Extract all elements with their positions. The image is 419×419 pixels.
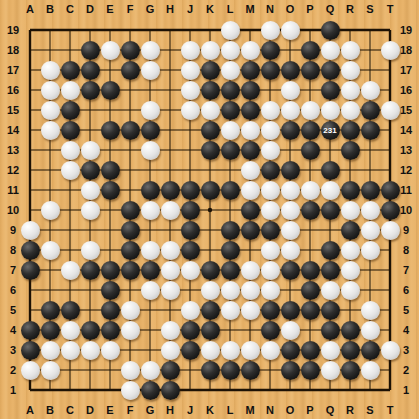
intersection-E2[interactable] xyxy=(100,360,120,380)
white-stone-N15[interactable] xyxy=(261,101,280,120)
intersection-E13[interactable] xyxy=(100,140,120,160)
white-stone-M11[interactable] xyxy=(241,181,260,200)
white-stone-L18[interactable] xyxy=(221,41,240,60)
white-stone-O8[interactable] xyxy=(281,241,300,260)
intersection-A13[interactable] xyxy=(20,140,40,160)
black-stone-K11[interactable] xyxy=(201,181,220,200)
intersection-C1[interactable] xyxy=(60,380,80,400)
black-stone-E16[interactable] xyxy=(101,81,120,100)
intersection-H14[interactable] xyxy=(160,120,180,140)
white-stone-G15[interactable] xyxy=(141,101,160,120)
white-stone-K15[interactable] xyxy=(201,101,220,120)
intersection-D1[interactable] xyxy=(80,380,100,400)
intersection-K9[interactable] xyxy=(200,220,220,240)
black-stone-F9[interactable] xyxy=(121,221,140,240)
white-stone-J15[interactable] xyxy=(181,101,200,120)
white-stone-H3[interactable] xyxy=(161,341,180,360)
white-stone-L5[interactable] xyxy=(221,301,240,320)
intersection-H12[interactable] xyxy=(160,160,180,180)
white-stone-F1[interactable] xyxy=(121,381,140,400)
intersection-O13[interactable] xyxy=(280,140,300,160)
intersection-S6[interactable] xyxy=(360,280,380,300)
black-stone-K16[interactable] xyxy=(201,81,220,100)
intersection-G9[interactable] xyxy=(140,220,160,240)
black-stone-S14[interactable] xyxy=(361,121,380,140)
black-stone-J8[interactable] xyxy=(181,241,200,260)
black-stone-E12[interactable] xyxy=(101,161,120,180)
black-stone-P3[interactable] xyxy=(301,341,320,360)
black-stone-D12[interactable] xyxy=(81,161,100,180)
intersection-P4[interactable] xyxy=(300,320,320,340)
white-stone-O4[interactable] xyxy=(281,321,300,340)
black-stone-E11[interactable] xyxy=(101,181,120,200)
white-stone-G8[interactable] xyxy=(141,241,160,260)
intersection-G19[interactable] xyxy=(140,20,160,40)
black-stone-F7[interactable] xyxy=(121,261,140,280)
intersection-C2[interactable] xyxy=(60,360,80,380)
white-stone-T15[interactable] xyxy=(381,101,400,120)
intersection-F19[interactable] xyxy=(120,20,140,40)
black-stone-R9[interactable] xyxy=(341,221,360,240)
black-stone-A4[interactable] xyxy=(21,321,40,340)
black-stone-P6[interactable] xyxy=(301,281,320,300)
white-stone-C12[interactable] xyxy=(61,161,80,180)
white-stone-J7[interactable] xyxy=(181,261,200,280)
black-stone-F18[interactable] xyxy=(121,41,140,60)
intersection-B11[interactable] xyxy=(40,180,60,200)
intersection-K12[interactable] xyxy=(200,160,220,180)
white-stone-Q3[interactable] xyxy=(321,341,340,360)
black-stone-K7[interactable] xyxy=(201,261,220,280)
black-stone-O17[interactable] xyxy=(281,61,300,80)
intersection-H9[interactable] xyxy=(160,220,180,240)
white-stone-S4[interactable] xyxy=(361,321,380,340)
intersection-B12[interactable] xyxy=(40,160,60,180)
intersection-T19[interactable] xyxy=(380,20,400,40)
white-stone-K3[interactable] xyxy=(201,341,220,360)
intersection-G16[interactable] xyxy=(140,80,160,100)
white-stone-D3[interactable] xyxy=(81,341,100,360)
intersection-D15[interactable] xyxy=(80,100,100,120)
intersection-S7[interactable] xyxy=(360,260,380,280)
black-stone-J3[interactable] xyxy=(181,341,200,360)
intersection-K19[interactable] xyxy=(200,20,220,40)
intersection-H17[interactable] xyxy=(160,60,180,80)
intersection-L12[interactable] xyxy=(220,160,240,180)
intersection-A18[interactable] xyxy=(20,40,40,60)
white-stone-F4[interactable] xyxy=(121,321,140,340)
black-stone-H11[interactable] xyxy=(161,181,180,200)
intersection-J12[interactable] xyxy=(180,160,200,180)
intersection-B1[interactable] xyxy=(40,380,60,400)
intersection-R19[interactable] xyxy=(340,20,360,40)
black-stone-K14[interactable] xyxy=(201,121,220,140)
white-stone-S10[interactable] xyxy=(361,201,380,220)
black-stone-C14[interactable] xyxy=(61,121,80,140)
intersection-H16[interactable] xyxy=(160,80,180,100)
black-stone-O7[interactable] xyxy=(281,261,300,280)
black-stone-P14[interactable] xyxy=(301,121,320,140)
white-stone-N13[interactable] xyxy=(261,141,280,160)
black-stone-L11[interactable] xyxy=(221,181,240,200)
black-stone-J4[interactable] xyxy=(181,321,200,340)
white-stone-L6[interactable] xyxy=(221,281,240,300)
intersection-D9[interactable] xyxy=(80,220,100,240)
black-stone-N18[interactable] xyxy=(261,41,280,60)
intersection-H19[interactable] xyxy=(160,20,180,40)
intersection-T2[interactable] xyxy=(380,360,400,380)
white-stone-B2[interactable] xyxy=(41,361,60,380)
intersection-N16[interactable] xyxy=(260,80,280,100)
white-stone-J16[interactable] xyxy=(181,81,200,100)
white-stone-N8[interactable] xyxy=(261,241,280,260)
black-stone-M13[interactable] xyxy=(241,141,260,160)
intersection-K1[interactable] xyxy=(200,380,220,400)
white-stone-F5[interactable] xyxy=(121,301,140,320)
black-stone-Q16[interactable] xyxy=(321,81,340,100)
intersection-A14[interactable] xyxy=(20,120,40,140)
intersection-T16[interactable] xyxy=(380,80,400,100)
black-stone-J10[interactable] xyxy=(181,201,200,220)
black-stone-L7[interactable] xyxy=(221,261,240,280)
white-stone-N11[interactable] xyxy=(261,181,280,200)
white-stone-M3[interactable] xyxy=(241,341,260,360)
intersection-E10[interactable] xyxy=(100,200,120,220)
black-stone-D7[interactable] xyxy=(81,261,100,280)
intersection-C18[interactable] xyxy=(60,40,80,60)
intersection-G12[interactable] xyxy=(140,160,160,180)
white-stone-O19[interactable] xyxy=(281,21,300,40)
black-stone-O3[interactable] xyxy=(281,341,300,360)
white-stone-J17[interactable] xyxy=(181,61,200,80)
intersection-C11[interactable] xyxy=(60,180,80,200)
intersection-F15[interactable] xyxy=(120,100,140,120)
white-stone-Q6[interactable] xyxy=(321,281,340,300)
black-stone-K13[interactable] xyxy=(201,141,220,160)
white-stone-R15[interactable] xyxy=(341,101,360,120)
black-stone-R11[interactable] xyxy=(341,181,360,200)
intersection-P19[interactable] xyxy=(300,20,320,40)
white-stone-D10[interactable] xyxy=(81,201,100,220)
black-stone-K17[interactable] xyxy=(201,61,220,80)
intersection-B9[interactable] xyxy=(40,220,60,240)
white-stone-L17[interactable] xyxy=(221,61,240,80)
black-stone-Q4[interactable] xyxy=(321,321,340,340)
black-stone-G7[interactable] xyxy=(141,261,160,280)
black-stone-N17[interactable] xyxy=(261,61,280,80)
white-stone-M6[interactable] xyxy=(241,281,260,300)
intersection-N2[interactable] xyxy=(260,360,280,380)
black-stone-J11[interactable] xyxy=(181,181,200,200)
black-stone-M2[interactable] xyxy=(241,361,260,380)
intersection-S1[interactable] xyxy=(360,380,380,400)
intersection-K10[interactable] xyxy=(200,200,220,220)
intersection-D19[interactable] xyxy=(80,20,100,40)
intersection-O18[interactable] xyxy=(280,40,300,60)
white-stone-G17[interactable] xyxy=(141,61,160,80)
intersection-M8[interactable] xyxy=(240,240,260,260)
intersection-E17[interactable] xyxy=(100,60,120,80)
white-stone-S9[interactable] xyxy=(361,221,380,240)
intersection-L4[interactable] xyxy=(220,320,240,340)
white-stone-A2[interactable] xyxy=(21,361,40,380)
intersection-B7[interactable] xyxy=(40,260,60,280)
black-stone-Q19[interactable] xyxy=(321,21,340,40)
white-stone-G13[interactable] xyxy=(141,141,160,160)
intersection-F3[interactable] xyxy=(120,340,140,360)
intersection-P16[interactable] xyxy=(300,80,320,100)
white-stone-O9[interactable] xyxy=(281,221,300,240)
white-stone-S8[interactable] xyxy=(361,241,380,260)
intersection-F6[interactable] xyxy=(120,280,140,300)
intersection-A1[interactable] xyxy=(20,380,40,400)
black-stone-C5[interactable] xyxy=(61,301,80,320)
white-stone-Q2[interactable] xyxy=(321,361,340,380)
black-stone-E6[interactable] xyxy=(101,281,120,300)
intersection-H15[interactable] xyxy=(160,100,180,120)
intersection-C6[interactable] xyxy=(60,280,80,300)
white-stone-N3[interactable] xyxy=(261,341,280,360)
black-stone-A3[interactable] xyxy=(21,341,40,360)
intersection-G4[interactable] xyxy=(140,320,160,340)
intersection-M19[interactable] xyxy=(240,20,260,40)
intersection-J1[interactable] xyxy=(180,380,200,400)
white-stone-R18[interactable] xyxy=(341,41,360,60)
white-stone-M5[interactable] xyxy=(241,301,260,320)
black-stone-Q10[interactable] xyxy=(321,201,340,220)
black-stone-B4[interactable] xyxy=(41,321,60,340)
white-stone-T9[interactable] xyxy=(381,221,400,240)
intersection-H18[interactable] xyxy=(160,40,180,60)
intersection-P1[interactable] xyxy=(300,380,320,400)
white-stone-F2[interactable] xyxy=(121,361,140,380)
white-stone-R7[interactable] xyxy=(341,261,360,280)
intersection-C8[interactable] xyxy=(60,240,80,260)
black-stone-E4[interactable] xyxy=(101,321,120,340)
intersection-T8[interactable] xyxy=(380,240,400,260)
black-stone-L8[interactable] xyxy=(221,241,240,260)
intersection-N1[interactable] xyxy=(260,380,280,400)
intersection-A17[interactable] xyxy=(20,60,40,80)
intersection-G5[interactable] xyxy=(140,300,160,320)
intersection-J14[interactable] xyxy=(180,120,200,140)
white-stone-O16[interactable] xyxy=(281,81,300,100)
intersection-M1[interactable] xyxy=(240,380,260,400)
intersection-S17[interactable] xyxy=(360,60,380,80)
white-stone-L19[interactable] xyxy=(221,21,240,40)
white-stone-A9[interactable] xyxy=(21,221,40,240)
intersection-A10[interactable] xyxy=(20,200,40,220)
white-stone-O11[interactable] xyxy=(281,181,300,200)
intersection-A19[interactable] xyxy=(20,20,40,40)
black-stone-M9[interactable] xyxy=(241,221,260,240)
intersection-T17[interactable] xyxy=(380,60,400,80)
white-stone-H6[interactable] xyxy=(161,281,180,300)
black-stone-G11[interactable] xyxy=(141,181,160,200)
white-stone-D13[interactable] xyxy=(81,141,100,160)
black-stone-F14[interactable] xyxy=(121,121,140,140)
white-stone-H4[interactable] xyxy=(161,321,180,340)
black-stone-S15[interactable] xyxy=(361,101,380,120)
intersection-L1[interactable] xyxy=(220,380,240,400)
white-stone-E3[interactable] xyxy=(101,341,120,360)
black-stone-P17[interactable] xyxy=(301,61,320,80)
intersection-A16[interactable] xyxy=(20,80,40,100)
white-stone-R6[interactable] xyxy=(341,281,360,300)
black-stone-P5[interactable] xyxy=(301,301,320,320)
black-stone-R14[interactable] xyxy=(341,121,360,140)
black-stone-N4[interactable] xyxy=(261,321,280,340)
white-stone-Q15[interactable] xyxy=(321,101,340,120)
black-stone-R3[interactable] xyxy=(341,341,360,360)
intersection-T5[interactable] xyxy=(380,300,400,320)
intersection-H5[interactable] xyxy=(160,300,180,320)
black-stone-F17[interactable] xyxy=(121,61,140,80)
intersection-A15[interactable] xyxy=(20,100,40,120)
intersection-E19[interactable] xyxy=(100,20,120,40)
black-stone-A7[interactable] xyxy=(21,261,40,280)
black-stone-G14[interactable] xyxy=(141,121,160,140)
white-stone-G6[interactable] xyxy=(141,281,160,300)
white-stone-T18[interactable] xyxy=(381,41,400,60)
white-stone-N7[interactable] xyxy=(261,261,280,280)
white-stone-B14[interactable] xyxy=(41,121,60,140)
black-stone-O2[interactable] xyxy=(281,361,300,380)
black-stone-N5[interactable] xyxy=(261,301,280,320)
black-stone-H2[interactable] xyxy=(161,361,180,380)
black-stone-O5[interactable] xyxy=(281,301,300,320)
white-stone-E18[interactable] xyxy=(101,41,120,60)
white-stone-C13[interactable] xyxy=(61,141,80,160)
black-stone-C17[interactable] xyxy=(61,61,80,80)
intersection-E1[interactable] xyxy=(100,380,120,400)
intersection-C9[interactable] xyxy=(60,220,80,240)
white-stone-J5[interactable] xyxy=(181,301,200,320)
black-stone-S11[interactable] xyxy=(361,181,380,200)
intersection-D2[interactable] xyxy=(80,360,100,380)
white-stone-N14[interactable] xyxy=(261,121,280,140)
intersection-T6[interactable] xyxy=(380,280,400,300)
black-stone-D16[interactable] xyxy=(81,81,100,100)
black-stone-Q12[interactable] xyxy=(321,161,340,180)
intersection-A11[interactable] xyxy=(20,180,40,200)
white-stone-H8[interactable] xyxy=(161,241,180,260)
white-stone-L14[interactable] xyxy=(221,121,240,140)
white-stone-C7[interactable] xyxy=(61,261,80,280)
white-stone-R16[interactable] xyxy=(341,81,360,100)
intersection-D14[interactable] xyxy=(80,120,100,140)
intersection-A12[interactable] xyxy=(20,160,40,180)
black-stone-N12[interactable] xyxy=(261,161,280,180)
white-stone-M18[interactable] xyxy=(241,41,260,60)
white-stone-R10[interactable] xyxy=(341,201,360,220)
white-stone-S5[interactable] xyxy=(361,301,380,320)
white-stone-N6[interactable] xyxy=(261,281,280,300)
black-stone-M17[interactable] xyxy=(241,61,260,80)
black-stone-E14[interactable] xyxy=(101,121,120,140)
black-stone-L2[interactable] xyxy=(221,361,240,380)
intersection-B18[interactable] xyxy=(40,40,60,60)
white-stone-Q11[interactable] xyxy=(321,181,340,200)
white-stone-O10[interactable] xyxy=(281,201,300,220)
white-stone-B16[interactable] xyxy=(41,81,60,100)
intersection-A5[interactable] xyxy=(20,300,40,320)
intersection-E8[interactable] xyxy=(100,240,120,260)
white-stone-N19[interactable] xyxy=(261,21,280,40)
white-stone-T3[interactable] xyxy=(381,341,400,360)
white-stone-D8[interactable] xyxy=(81,241,100,260)
intersection-F16[interactable] xyxy=(120,80,140,100)
black-stone-P2[interactable] xyxy=(301,361,320,380)
black-stone-D17[interactable] xyxy=(81,61,100,80)
white-stone-M7[interactable] xyxy=(241,261,260,280)
intersection-R5[interactable] xyxy=(340,300,360,320)
white-stone-Q18[interactable] xyxy=(321,41,340,60)
intersection-R12[interactable] xyxy=(340,160,360,180)
black-stone-K2[interactable] xyxy=(201,361,220,380)
intersection-D5[interactable] xyxy=(80,300,100,320)
black-stone-A8[interactable] xyxy=(21,241,40,260)
black-stone-B5[interactable] xyxy=(41,301,60,320)
black-stone-Q7[interactable] xyxy=(321,261,340,280)
white-stone-R17[interactable] xyxy=(341,61,360,80)
white-stone-S2[interactable] xyxy=(361,361,380,380)
intersection-J6[interactable] xyxy=(180,280,200,300)
intersection-H13[interactable] xyxy=(160,140,180,160)
intersection-O6[interactable] xyxy=(280,280,300,300)
white-stone-D11[interactable] xyxy=(81,181,100,200)
intersection-B19[interactable] xyxy=(40,20,60,40)
black-stone-P13[interactable] xyxy=(301,141,320,160)
white-stone-B10[interactable] xyxy=(41,201,60,220)
white-stone-C3[interactable] xyxy=(61,341,80,360)
black-stone-Q14[interactable] xyxy=(321,121,340,140)
intersection-T14[interactable] xyxy=(380,120,400,140)
black-stone-L16[interactable] xyxy=(221,81,240,100)
black-stone-D18[interactable] xyxy=(81,41,100,60)
intersection-D6[interactable] xyxy=(80,280,100,300)
black-stone-J9[interactable] xyxy=(181,221,200,240)
black-stone-T10[interactable] xyxy=(381,201,400,220)
white-stone-C4[interactable] xyxy=(61,321,80,340)
white-stone-G2[interactable] xyxy=(141,361,160,380)
black-stone-H1[interactable] xyxy=(161,381,180,400)
black-stone-L9[interactable] xyxy=(221,221,240,240)
white-stone-O15[interactable] xyxy=(281,101,300,120)
white-stone-L3[interactable] xyxy=(221,341,240,360)
intersection-B13[interactable] xyxy=(40,140,60,160)
black-stone-Q8[interactable] xyxy=(321,241,340,260)
white-stone-H10[interactable] xyxy=(161,201,180,220)
black-stone-K5[interactable] xyxy=(201,301,220,320)
intersection-T12[interactable] xyxy=(380,160,400,180)
intersection-R1[interactable] xyxy=(340,380,360,400)
intersection-J19[interactable] xyxy=(180,20,200,40)
black-stone-N9[interactable] xyxy=(261,221,280,240)
black-stone-D4[interactable] xyxy=(81,321,100,340)
intersection-K8[interactable] xyxy=(200,240,220,260)
black-stone-T11[interactable] xyxy=(381,181,400,200)
white-stone-G10[interactable] xyxy=(141,201,160,220)
intersection-T7[interactable] xyxy=(380,260,400,280)
white-stone-N10[interactable] xyxy=(261,201,280,220)
white-stone-P11[interactable] xyxy=(301,181,320,200)
intersection-J2[interactable] xyxy=(180,360,200,380)
black-stone-M10[interactable] xyxy=(241,201,260,220)
intersection-F12[interactable] xyxy=(120,160,140,180)
white-stone-G18[interactable] xyxy=(141,41,160,60)
white-stone-B8[interactable] xyxy=(41,241,60,260)
